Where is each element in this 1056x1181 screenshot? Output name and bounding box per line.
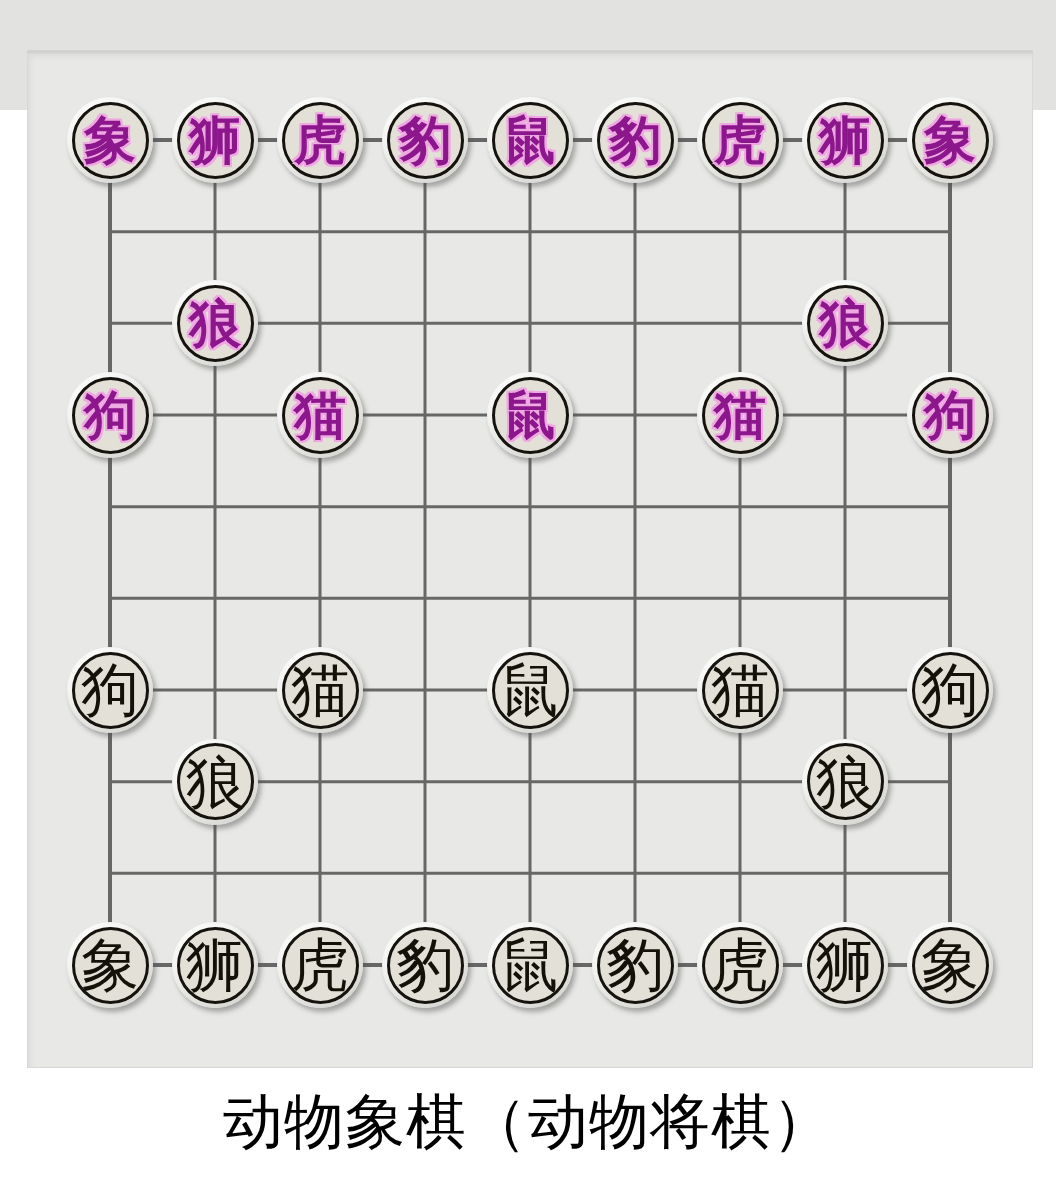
piece-character: 鼠 [501, 936, 559, 994]
piece-character: 狗 [924, 389, 976, 441]
piece-character: 豹 [609, 114, 661, 166]
piece-disc: 狼 [807, 285, 884, 362]
piece-dog-black[interactable]: 狗 [907, 647, 993, 733]
piece-character: 狼 [189, 297, 241, 349]
piece-character: 狮 [189, 114, 241, 166]
piece-disc: 象 [72, 927, 149, 1004]
piece-elephant-black[interactable]: 象 [67, 922, 153, 1008]
piece-disc: 狗 [72, 652, 149, 729]
piece-disc: 豹 [597, 102, 674, 179]
piece-disc: 猫 [702, 377, 779, 454]
piece-disc: 狼 [177, 743, 254, 820]
piece-rat-purple[interactable]: 鼠 [487, 372, 573, 458]
piece-cat-black[interactable]: 猫 [697, 647, 783, 733]
piece-character: 豹 [399, 114, 451, 166]
piece-disc: 猫 [282, 652, 359, 729]
piece-character: 豹 [606, 936, 664, 994]
piece-character: 虎 [294, 114, 346, 166]
piece-tiger-purple[interactable]: 虎 [277, 97, 363, 183]
game-board[interactable] [27, 50, 1033, 1068]
piece-wolf-purple[interactable]: 狼 [802, 280, 888, 366]
piece-tiger-purple[interactable]: 虎 [697, 97, 783, 183]
piece-character: 猫 [294, 389, 346, 441]
piece-leopard-black[interactable]: 豹 [592, 922, 678, 1008]
piece-disc: 豹 [597, 927, 674, 1004]
piece-character: 狗 [81, 661, 139, 719]
piece-disc: 象 [72, 102, 149, 179]
piece-disc: 狗 [912, 377, 989, 454]
piece-disc: 狮 [177, 927, 254, 1004]
piece-disc: 象 [912, 927, 989, 1004]
piece-rat-black[interactable]: 鼠 [487, 647, 573, 733]
piece-rat-purple[interactable]: 鼠 [487, 97, 573, 183]
piece-disc: 猫 [282, 377, 359, 454]
piece-disc: 鼠 [492, 377, 569, 454]
piece-lion-purple[interactable]: 狮 [172, 97, 258, 183]
piece-disc: 虎 [702, 102, 779, 179]
piece-character: 狼 [816, 753, 874, 811]
piece-wolf-black[interactable]: 狼 [802, 739, 888, 825]
piece-character: 狼 [186, 753, 244, 811]
piece-leopard-black[interactable]: 豹 [382, 922, 468, 1008]
piece-leopard-purple[interactable]: 豹 [382, 97, 468, 183]
piece-disc: 虎 [702, 927, 779, 1004]
piece-lion-black[interactable]: 狮 [802, 922, 888, 1008]
piece-lion-black[interactable]: 狮 [172, 922, 258, 1008]
piece-elephant-purple[interactable]: 象 [907, 97, 993, 183]
piece-tiger-black[interactable]: 虎 [277, 922, 363, 1008]
piece-character: 象 [921, 936, 979, 994]
piece-disc: 狼 [177, 285, 254, 362]
piece-disc: 虎 [282, 102, 359, 179]
piece-leopard-purple[interactable]: 豹 [592, 97, 678, 183]
piece-wolf-black[interactable]: 狼 [172, 739, 258, 825]
piece-disc: 鼠 [492, 927, 569, 1004]
piece-wolf-purple[interactable]: 狼 [172, 280, 258, 366]
piece-disc: 鼠 [492, 652, 569, 729]
piece-character: 狮 [819, 114, 871, 166]
piece-character: 虎 [711, 936, 769, 994]
piece-character: 虎 [714, 114, 766, 166]
piece-disc: 虎 [282, 927, 359, 1004]
piece-lion-purple[interactable]: 狮 [802, 97, 888, 183]
piece-character: 猫 [714, 389, 766, 441]
piece-character: 狗 [921, 661, 979, 719]
piece-character: 鼠 [501, 661, 559, 719]
piece-disc: 象 [912, 102, 989, 179]
piece-disc: 豹 [387, 102, 464, 179]
piece-disc: 猫 [702, 652, 779, 729]
piece-dog-purple[interactable]: 狗 [907, 372, 993, 458]
piece-dog-purple[interactable]: 狗 [67, 372, 153, 458]
piece-disc: 狮 [807, 927, 884, 1004]
piece-character: 象 [84, 114, 136, 166]
piece-character: 猫 [291, 661, 349, 719]
piece-character: 狗 [84, 389, 136, 441]
piece-character: 狮 [816, 936, 874, 994]
piece-disc: 狮 [177, 102, 254, 179]
piece-character: 象 [81, 936, 139, 994]
piece-disc: 狗 [912, 652, 989, 729]
piece-cat-purple[interactable]: 猫 [277, 372, 363, 458]
figure: 象狮虎豹鼠豹虎狮象狼狼狗猫鼠猫狗狗猫鼠猫狗狼狼象狮虎豹鼠豹虎狮象 动物象棋（动物… [0, 0, 1056, 1181]
piece-disc: 狮 [807, 102, 884, 179]
piece-cat-purple[interactable]: 猫 [697, 372, 783, 458]
piece-disc: 狼 [807, 743, 884, 820]
piece-disc: 豹 [387, 927, 464, 1004]
piece-elephant-black[interactable]: 象 [907, 922, 993, 1008]
board-caption: 动物象棋（动物将棋） [0, 1082, 1056, 1163]
piece-character: 鼠 [504, 114, 556, 166]
piece-disc: 狗 [72, 377, 149, 454]
piece-character: 猫 [711, 661, 769, 719]
piece-character: 狮 [186, 936, 244, 994]
piece-dog-black[interactable]: 狗 [67, 647, 153, 733]
piece-character: 狼 [819, 297, 871, 349]
piece-disc: 鼠 [492, 102, 569, 179]
piece-rat-black[interactable]: 鼠 [487, 922, 573, 1008]
piece-tiger-black[interactable]: 虎 [697, 922, 783, 1008]
piece-character: 豹 [396, 936, 454, 994]
piece-cat-black[interactable]: 猫 [277, 647, 363, 733]
piece-character: 虎 [291, 936, 349, 994]
piece-character: 象 [924, 114, 976, 166]
piece-elephant-purple[interactable]: 象 [67, 97, 153, 183]
piece-character: 鼠 [504, 389, 556, 441]
